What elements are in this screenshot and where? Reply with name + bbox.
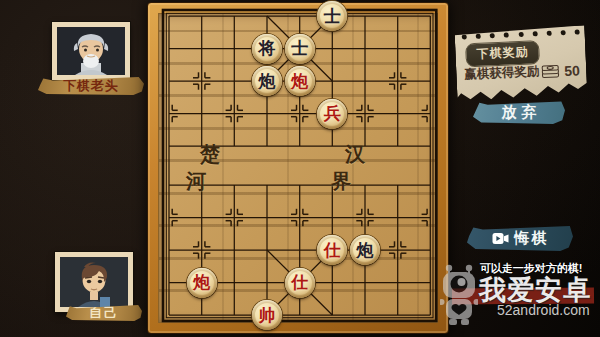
perforation-dot	[575, 29, 580, 34]
piece-red-f3r9[interactable]: 帅	[252, 300, 282, 330]
cash-stack-icon	[541, 63, 563, 79]
robot-mascot-icon	[440, 264, 478, 326]
perforation-dot	[532, 31, 537, 36]
perforation-dot	[546, 31, 551, 36]
piece-glyph: 炮	[193, 274, 210, 291]
young-man-portrait-icon	[60, 257, 128, 307]
piece-red-f1r8[interactable]: 炮	[187, 268, 217, 298]
piece-glyph: 炮	[357, 242, 374, 259]
opponent-avatar	[52, 22, 130, 80]
video-ad-icon	[492, 232, 509, 245]
perforation-dot	[504, 32, 509, 37]
give-up-button[interactable]: 放弃	[473, 101, 565, 124]
piece-black-f4r1[interactable]: 士	[285, 34, 315, 64]
undo-label: 悔棋	[515, 229, 549, 248]
piece-black-f6r7[interactable]: 炮	[350, 235, 380, 265]
piece-black-f3r1[interactable]: 将	[252, 34, 282, 64]
piece-glyph: 炮	[259, 73, 276, 90]
xiangqi-board: 楚 河 汉 界 士将士炮炮兵仕炮炮仕帅	[147, 2, 449, 334]
old-man-portrait-icon	[57, 27, 125, 75]
paper-perforation	[462, 29, 580, 39]
reward-desc: 赢棋获得奖励	[464, 63, 540, 83]
game-screen: 下棋老头 自己 楚 河 汉 界 士将士炮炮兵仕炮炮仕帅 下棋奖励	[0, 0, 600, 337]
piece-glyph: 帅	[259, 307, 276, 324]
reward-panel: 下棋奖励 赢棋获得奖励 50	[454, 25, 587, 103]
piece-glyph: 仕	[324, 242, 341, 259]
piece-black-f3r2[interactable]: 炮	[252, 66, 282, 96]
reward-amount: 50	[564, 62, 580, 79]
perforation-dot	[476, 34, 481, 39]
piece-glyph: 士	[324, 8, 341, 25]
piece-glyph: 炮	[291, 73, 308, 90]
piece-red-f4r2[interactable]: 炮	[285, 66, 315, 96]
river-label-right: 汉 界	[331, 155, 431, 181]
perforation-dot	[560, 30, 565, 35]
piece-glyph: 士	[291, 40, 308, 57]
perforation-dot	[462, 34, 467, 39]
give-up-label: 放弃	[497, 103, 542, 122]
perforation-dot	[490, 33, 495, 38]
piece-red-f5r3[interactable]: 兵	[317, 99, 347, 129]
piece-red-f4r8[interactable]: 仕	[285, 268, 315, 298]
piece-glyph: 仕	[291, 274, 308, 291]
watermark-domain: 52android.com	[497, 302, 590, 318]
reward-line: 赢棋获得奖励 50	[464, 61, 580, 83]
undo-button[interactable]: 悔棋	[467, 226, 573, 251]
piece-glyph: 将	[259, 40, 276, 57]
piece-glyph: 兵	[324, 105, 341, 122]
perforation-dot	[518, 32, 523, 37]
river-label-left: 楚 河	[186, 155, 286, 181]
self-avatar	[55, 252, 133, 312]
